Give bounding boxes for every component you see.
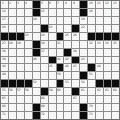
clue-number: 56 bbox=[9, 88, 12, 91]
black-cell bbox=[57, 33, 64, 40]
grid-cell[interactable]: 10 bbox=[88, 1, 95, 8]
grid-cell[interactable]: 68 bbox=[1, 104, 8, 111]
clue-number: 48 bbox=[97, 64, 100, 67]
grid-cell[interactable] bbox=[112, 57, 119, 64]
black-cell bbox=[104, 33, 111, 40]
grid-cell[interactable] bbox=[88, 57, 95, 64]
clue-number: 28 bbox=[9, 41, 12, 44]
grid-cell[interactable] bbox=[80, 96, 87, 103]
grid-cell[interactable]: 14 bbox=[1, 9, 8, 16]
grid-cell[interactable] bbox=[64, 88, 71, 95]
grid-cell[interactable] bbox=[9, 49, 16, 56]
grid-cell[interactable]: 25 bbox=[64, 33, 71, 40]
grid-cell[interactable] bbox=[112, 9, 119, 16]
grid-cell[interactable]: 44 bbox=[1, 64, 8, 71]
grid-cell[interactable]: 19 bbox=[80, 17, 87, 24]
grid-cell[interactable]: 1 bbox=[1, 1, 8, 8]
grid-cell[interactable]: 6 bbox=[49, 1, 56, 8]
grid-cell[interactable] bbox=[33, 64, 40, 71]
grid-cell[interactable]: 35 bbox=[112, 41, 119, 48]
grid-cell[interactable] bbox=[112, 25, 119, 32]
clue-number: 13 bbox=[113, 1, 116, 4]
grid-cell[interactable] bbox=[104, 57, 111, 64]
grid-cell[interactable]: 60 bbox=[57, 88, 64, 95]
clue-number: 61 bbox=[81, 88, 84, 91]
grid-cell[interactable]: 32 bbox=[88, 41, 95, 48]
clue-number: 7 bbox=[57, 1, 59, 4]
grid-cell[interactable]: 62 bbox=[96, 88, 103, 95]
black-cell bbox=[33, 41, 40, 48]
clue-number: 18 bbox=[33, 17, 36, 20]
grid-cell[interactable]: 30 bbox=[41, 41, 48, 48]
grid-cell[interactable] bbox=[64, 96, 71, 103]
black-cell bbox=[17, 33, 24, 40]
black-cell bbox=[80, 9, 87, 16]
clue-number: 24 bbox=[41, 33, 44, 36]
grid-cell[interactable]: 61 bbox=[80, 88, 87, 95]
clue-number: 54 bbox=[81, 80, 84, 83]
grid-cell[interactable]: 53 bbox=[64, 80, 71, 87]
grid-cell[interactable] bbox=[57, 17, 64, 24]
clue-number: 65 bbox=[2, 96, 5, 99]
grid-cell[interactable]: 73 bbox=[88, 112, 95, 119]
grid-cell[interactable]: 11 bbox=[96, 1, 103, 8]
grid-cell[interactable] bbox=[33, 88, 40, 95]
clue-number: 60 bbox=[57, 88, 60, 91]
black-cell bbox=[9, 33, 16, 40]
grid-cell[interactable]: 47 bbox=[72, 64, 79, 71]
grid-cell[interactable] bbox=[25, 57, 32, 64]
grid-cell[interactable]: 31 bbox=[57, 41, 64, 48]
black-cell bbox=[33, 1, 40, 8]
grid-cell[interactable]: 24 bbox=[41, 33, 48, 40]
grid-cell[interactable] bbox=[41, 64, 48, 71]
grid-cell[interactable]: 29 bbox=[17, 41, 24, 48]
clue-number: 32 bbox=[89, 41, 92, 44]
grid-cell[interactable] bbox=[17, 49, 24, 56]
black-cell bbox=[57, 80, 64, 87]
grid-cell[interactable]: 36 bbox=[1, 49, 8, 56]
grid-cell[interactable] bbox=[17, 96, 24, 103]
grid-cell[interactable]: 39 bbox=[1, 57, 8, 64]
grid-cell[interactable] bbox=[72, 17, 79, 24]
grid-cell[interactable]: 27 bbox=[1, 41, 8, 48]
grid-cell[interactable] bbox=[33, 72, 40, 79]
clue-number: 73 bbox=[89, 112, 92, 115]
clue-number: 38 bbox=[73, 49, 76, 52]
grid-cell[interactable] bbox=[88, 96, 95, 103]
grid-cell[interactable]: 4 bbox=[25, 1, 32, 8]
grid-cell[interactable]: 5 bbox=[41, 1, 48, 8]
grid-cell[interactable] bbox=[80, 49, 87, 56]
grid-cell[interactable] bbox=[64, 9, 71, 16]
grid-cell[interactable] bbox=[96, 9, 103, 16]
grid-cell[interactable]: 20 bbox=[1, 25, 8, 32]
clue-number: 49 bbox=[2, 72, 5, 75]
grid-cell[interactable] bbox=[96, 49, 103, 56]
grid-cell[interactable] bbox=[33, 33, 40, 40]
black-cell bbox=[33, 49, 40, 56]
grid-cell[interactable] bbox=[104, 49, 111, 56]
clue-number: 39 bbox=[2, 57, 5, 60]
grid-cell[interactable] bbox=[64, 41, 71, 48]
grid-cell[interactable]: 37 bbox=[41, 49, 48, 56]
grid-cell[interactable] bbox=[64, 104, 71, 111]
clue-number: 72 bbox=[41, 112, 44, 115]
grid-cell[interactable] bbox=[88, 80, 95, 87]
clue-number: 12 bbox=[105, 1, 108, 4]
grid-cell[interactable]: 45 bbox=[49, 64, 56, 71]
clue-number: 55 bbox=[2, 88, 5, 91]
grid-cell[interactable]: 65 bbox=[1, 96, 8, 103]
grid-cell[interactable]: 64 bbox=[112, 88, 119, 95]
grid-cell[interactable] bbox=[25, 112, 32, 119]
grid-cell[interactable] bbox=[112, 104, 119, 111]
clue-number: 29 bbox=[17, 41, 20, 44]
grid-cell[interactable] bbox=[64, 17, 71, 24]
grid-cell[interactable] bbox=[25, 9, 32, 16]
black-cell bbox=[25, 80, 32, 87]
grid-cell[interactable] bbox=[25, 64, 32, 71]
clue-number: 15 bbox=[41, 9, 44, 12]
grid-cell[interactable] bbox=[17, 72, 24, 79]
grid-cell[interactable] bbox=[33, 96, 40, 103]
grid-cell[interactable] bbox=[57, 96, 64, 103]
grid-cell[interactable]: 67 bbox=[72, 96, 79, 103]
grid-cell[interactable] bbox=[41, 57, 48, 64]
grid-cell[interactable] bbox=[64, 72, 71, 79]
black-cell bbox=[72, 25, 79, 32]
black-cell bbox=[72, 57, 79, 64]
grid-cell[interactable]: 57 bbox=[17, 88, 24, 95]
grid-cell[interactable] bbox=[9, 112, 16, 119]
grid-cell[interactable]: 38 bbox=[72, 49, 79, 56]
clue-number: 66 bbox=[41, 96, 44, 99]
grid-cell[interactable] bbox=[57, 25, 64, 32]
clue-number: 3 bbox=[17, 1, 19, 4]
clue-number: 23 bbox=[25, 33, 28, 36]
grid-cell[interactable] bbox=[104, 25, 111, 32]
clue-number: 44 bbox=[2, 64, 5, 67]
grid-cell[interactable]: 48 bbox=[96, 64, 103, 71]
black-cell bbox=[80, 112, 87, 119]
grid-cell[interactable] bbox=[49, 17, 56, 24]
grid-cell[interactable] bbox=[104, 9, 111, 16]
clue-number: 20 bbox=[2, 25, 5, 28]
grid-cell[interactable]: 33 bbox=[96, 41, 103, 48]
clue-number: 52 bbox=[33, 80, 36, 83]
grid-cell[interactable] bbox=[112, 64, 119, 71]
grid-cell[interactable]: 26 bbox=[72, 33, 79, 40]
grid-cell[interactable] bbox=[104, 112, 111, 119]
clue-number: 67 bbox=[73, 96, 76, 99]
clue-number: 42 bbox=[65, 57, 68, 60]
grid-cell[interactable] bbox=[25, 49, 32, 56]
grid-cell[interactable] bbox=[104, 17, 111, 24]
grid-cell[interactable]: 59 bbox=[49, 88, 56, 95]
grid-cell[interactable] bbox=[80, 33, 87, 40]
grid-cell[interactable]: 71 bbox=[1, 112, 8, 119]
grid-cell[interactable] bbox=[104, 96, 111, 103]
grid-cell[interactable] bbox=[112, 112, 119, 119]
grid-cell[interactable]: 13 bbox=[112, 1, 119, 8]
grid-cell[interactable] bbox=[41, 17, 48, 24]
grid-cell[interactable] bbox=[49, 49, 56, 56]
clue-number: 27 bbox=[2, 41, 5, 44]
grid-cell[interactable] bbox=[9, 96, 16, 103]
grid-cell[interactable] bbox=[9, 104, 16, 111]
grid-cell[interactable]: 51 bbox=[88, 72, 95, 79]
clue-number: 63 bbox=[105, 88, 108, 91]
grid-cell[interactable] bbox=[17, 17, 24, 24]
grid-cell[interactable] bbox=[9, 72, 16, 79]
grid-cell[interactable] bbox=[57, 104, 64, 111]
clue-number: 47 bbox=[73, 64, 76, 67]
grid-cell[interactable]: 23 bbox=[25, 33, 32, 40]
grid-cell[interactable]: 18 bbox=[33, 17, 40, 24]
grid-cell[interactable]: 63 bbox=[104, 88, 111, 95]
grid-cell[interactable] bbox=[17, 112, 24, 119]
grid-cell[interactable] bbox=[80, 64, 87, 71]
grid-cell[interactable] bbox=[72, 112, 79, 119]
grid-cell[interactable] bbox=[88, 17, 95, 24]
grid-cell[interactable] bbox=[49, 33, 56, 40]
grid-cell[interactable]: 72 bbox=[41, 112, 48, 119]
clue-number: 34 bbox=[105, 41, 108, 44]
grid-cell[interactable]: 17 bbox=[1, 17, 8, 24]
clue-number: 25 bbox=[65, 33, 68, 36]
clue-number: 21 bbox=[49, 25, 52, 28]
black-cell bbox=[104, 80, 111, 87]
clue-number: 1 bbox=[2, 1, 4, 4]
grid-cell[interactable] bbox=[49, 104, 56, 111]
grid-cell[interactable] bbox=[57, 49, 64, 56]
black-cell bbox=[88, 33, 95, 40]
grid-cell[interactable] bbox=[25, 72, 32, 79]
grid-cell[interactable] bbox=[25, 96, 32, 103]
black-cell bbox=[1, 80, 8, 87]
grid-cell[interactable]: 56 bbox=[9, 88, 16, 95]
clue-number: 37 bbox=[41, 49, 44, 52]
clue-number: 4 bbox=[25, 1, 27, 4]
grid-cell[interactable]: 21 bbox=[49, 25, 56, 32]
black-cell bbox=[57, 64, 64, 71]
grid-cell[interactable] bbox=[9, 64, 16, 71]
clue-number: 9 bbox=[73, 1, 75, 4]
grid-cell[interactable] bbox=[72, 72, 79, 79]
black-cell bbox=[72, 88, 79, 95]
clue-number: 5 bbox=[41, 1, 43, 4]
grid-cell[interactable]: 41 bbox=[57, 57, 64, 64]
grid-cell[interactable] bbox=[49, 41, 56, 48]
grid-cell[interactable] bbox=[41, 72, 48, 79]
grid-cell[interactable] bbox=[25, 41, 32, 48]
clue-number: 17 bbox=[2, 17, 5, 20]
grid-cell[interactable] bbox=[96, 112, 103, 119]
grid-cell[interactable] bbox=[49, 72, 56, 79]
black-cell bbox=[49, 57, 56, 64]
grid-cell[interactable] bbox=[104, 64, 111, 71]
clue-number: 19 bbox=[81, 17, 84, 20]
black-cell bbox=[112, 33, 119, 40]
grid-cell[interactable] bbox=[25, 25, 32, 32]
grid-cell[interactable]: 3 bbox=[17, 1, 24, 8]
grid-cell[interactable]: 40 bbox=[33, 57, 40, 64]
clue-number: 6 bbox=[49, 1, 51, 4]
grid-cell[interactable] bbox=[17, 25, 24, 32]
grid-cell[interactable] bbox=[64, 25, 71, 32]
grid-cell[interactable] bbox=[96, 25, 103, 32]
grid-cell[interactable]: 42 bbox=[64, 57, 71, 64]
grid-cell[interactable]: 58 bbox=[25, 88, 32, 95]
grid-cell[interactable]: 16 bbox=[88, 9, 95, 16]
grid-cell[interactable]: 54 bbox=[80, 80, 87, 87]
grid-cell[interactable] bbox=[17, 57, 24, 64]
clue-number: 64 bbox=[113, 88, 116, 91]
clue-number: 69 bbox=[41, 104, 44, 107]
clue-number: 2 bbox=[9, 1, 11, 4]
black-cell bbox=[80, 1, 87, 8]
black-cell bbox=[33, 9, 40, 16]
clue-number: 59 bbox=[49, 88, 52, 91]
grid-cell[interactable] bbox=[80, 41, 87, 48]
grid-cell[interactable] bbox=[17, 9, 24, 16]
clue-number: 14 bbox=[2, 9, 5, 12]
grid-cell[interactable] bbox=[25, 17, 32, 24]
grid-cell[interactable] bbox=[104, 104, 111, 111]
grid-cell[interactable] bbox=[9, 25, 16, 32]
clue-number: 31 bbox=[57, 41, 60, 44]
clue-number: 51 bbox=[89, 72, 92, 75]
black-cell bbox=[17, 80, 24, 87]
grid-cell[interactable]: 8 bbox=[64, 1, 71, 8]
grid-cell[interactable] bbox=[88, 25, 95, 32]
crossword-grid: 1234567891011121314151617181920212223242… bbox=[0, 0, 120, 120]
grid-cell[interactable] bbox=[96, 96, 103, 103]
grid-cell[interactable] bbox=[49, 80, 56, 87]
black-cell bbox=[88, 64, 95, 71]
black-cell bbox=[96, 33, 103, 40]
grid-cell[interactable] bbox=[9, 57, 16, 64]
clue-number: 62 bbox=[97, 88, 100, 91]
black-cell bbox=[1, 33, 8, 40]
grid-cell[interactable] bbox=[72, 80, 79, 87]
clue-number: 45 bbox=[49, 64, 52, 67]
clue-number: 35 bbox=[113, 41, 116, 44]
grid-cell[interactable] bbox=[88, 88, 95, 95]
grid-cell[interactable]: 15 bbox=[41, 9, 48, 16]
clue-number: 53 bbox=[65, 80, 68, 83]
grid-cell[interactable]: 22 bbox=[80, 25, 87, 32]
grid-cell[interactable] bbox=[112, 72, 119, 79]
black-cell bbox=[9, 80, 16, 87]
grid-cell[interactable] bbox=[64, 112, 71, 119]
clue-number: 43 bbox=[81, 57, 84, 60]
grid-cell[interactable] bbox=[72, 104, 79, 111]
grid-cell[interactable]: 70 bbox=[88, 104, 95, 111]
grid-cell[interactable] bbox=[72, 41, 79, 48]
grid-cell[interactable] bbox=[49, 96, 56, 103]
grid-cell[interactable]: 49 bbox=[1, 72, 8, 79]
grid-cell[interactable]: 52 bbox=[33, 80, 40, 87]
grid-cell[interactable] bbox=[57, 112, 64, 119]
grid-cell[interactable] bbox=[96, 104, 103, 111]
black-cell bbox=[80, 72, 87, 79]
clue-number: 22 bbox=[81, 25, 84, 28]
clue-number: 71 bbox=[2, 112, 5, 115]
clue-number: 46 bbox=[65, 64, 68, 67]
black-cell bbox=[41, 88, 48, 95]
grid-cell[interactable]: 7 bbox=[57, 1, 64, 8]
grid-cell[interactable] bbox=[33, 25, 40, 32]
grid-cell[interactable]: 2 bbox=[9, 1, 16, 8]
grid-cell[interactable]: 69 bbox=[41, 104, 48, 111]
grid-cell[interactable] bbox=[96, 72, 103, 79]
grid-cell[interactable] bbox=[9, 9, 16, 16]
grid-cell[interactable]: 28 bbox=[9, 41, 16, 48]
black-cell bbox=[80, 104, 87, 111]
grid-cell[interactable]: 50 bbox=[57, 72, 64, 79]
clue-number: 30 bbox=[41, 41, 44, 44]
clue-number: 10 bbox=[89, 1, 92, 4]
grid-cell[interactable] bbox=[57, 9, 64, 16]
black-cell bbox=[33, 112, 40, 119]
clue-number: 36 bbox=[2, 49, 5, 52]
grid-cell[interactable] bbox=[88, 49, 95, 56]
black-cell bbox=[112, 80, 119, 87]
clue-number: 57 bbox=[17, 88, 20, 91]
grid-cell[interactable] bbox=[112, 17, 119, 24]
black-cell bbox=[41, 25, 48, 32]
clue-number: 41 bbox=[57, 57, 60, 60]
grid-cell[interactable]: 46 bbox=[64, 64, 71, 71]
grid-cell[interactable] bbox=[96, 17, 103, 24]
grid-cell[interactable] bbox=[9, 17, 16, 24]
clue-number: 33 bbox=[97, 41, 100, 44]
grid-cell[interactable] bbox=[17, 64, 24, 71]
clue-number: 68 bbox=[2, 104, 5, 107]
clue-number: 70 bbox=[89, 104, 92, 107]
clue-number: 40 bbox=[33, 57, 36, 60]
grid-cell[interactable]: 55 bbox=[1, 88, 8, 95]
clue-number: 26 bbox=[73, 33, 76, 36]
grid-cell[interactable] bbox=[41, 80, 48, 87]
black-cell bbox=[96, 80, 103, 87]
black-cell bbox=[64, 49, 71, 56]
grid-cell[interactable]: 9 bbox=[72, 1, 79, 8]
grid-cell[interactable] bbox=[104, 72, 111, 79]
clue-number: 58 bbox=[25, 88, 28, 91]
grid-cell[interactable] bbox=[25, 104, 32, 111]
grid-cell[interactable]: 12 bbox=[104, 1, 111, 8]
grid-cell[interactable]: 43 bbox=[80, 57, 87, 64]
grid-cell[interactable]: 66 bbox=[41, 96, 48, 103]
grid-cell[interactable] bbox=[49, 9, 56, 16]
black-cell bbox=[33, 104, 40, 111]
grid-cell[interactable] bbox=[72, 9, 79, 16]
clue-number: 16 bbox=[89, 9, 92, 12]
grid-cell[interactable]: 34 bbox=[104, 41, 111, 48]
grid-cell[interactable] bbox=[112, 49, 119, 56]
grid-cell[interactable] bbox=[17, 104, 24, 111]
grid-cell[interactable] bbox=[112, 96, 119, 103]
grid-cell[interactable] bbox=[49, 112, 56, 119]
clue-number: 50 bbox=[57, 72, 60, 75]
grid-cell[interactable] bbox=[96, 57, 103, 64]
clue-number: 11 bbox=[97, 1, 100, 4]
clue-number: 8 bbox=[65, 1, 67, 4]
